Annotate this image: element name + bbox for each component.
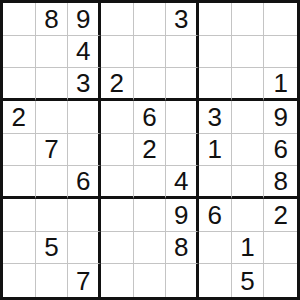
cell-r7c8[interactable] bbox=[232, 199, 265, 232]
cell-r1c1[interactable] bbox=[3, 3, 36, 36]
cell-r6c7[interactable] bbox=[199, 166, 232, 199]
cell-r9c9[interactable] bbox=[264, 264, 297, 297]
cell-r6c3[interactable]: 6 bbox=[68, 166, 101, 199]
cell-r9c8[interactable]: 5 bbox=[232, 264, 265, 297]
cell-r8c6[interactable]: 8 bbox=[166, 232, 199, 265]
cell-r8c8[interactable]: 1 bbox=[232, 232, 265, 265]
cell-r9c5[interactable] bbox=[134, 264, 167, 297]
cell-r6c6[interactable]: 4 bbox=[166, 166, 199, 199]
cell-r2c6[interactable] bbox=[166, 36, 199, 69]
cell-r5c1[interactable] bbox=[3, 134, 36, 167]
cell-r3c7[interactable] bbox=[199, 68, 232, 101]
cell-r5c2[interactable]: 7 bbox=[36, 134, 69, 167]
cell-r5c7[interactable]: 1 bbox=[199, 134, 232, 167]
cell-r8c9[interactable] bbox=[264, 232, 297, 265]
cell-r3c6[interactable] bbox=[166, 68, 199, 101]
cell-r7c5[interactable] bbox=[134, 199, 167, 232]
cell-r5c3[interactable] bbox=[68, 134, 101, 167]
cell-r3c5[interactable] bbox=[134, 68, 167, 101]
cell-r9c3[interactable]: 7 bbox=[68, 264, 101, 297]
cell-r4c9[interactable]: 9 bbox=[264, 101, 297, 134]
cell-r1c3[interactable]: 9 bbox=[68, 3, 101, 36]
cell-r3c2[interactable] bbox=[36, 68, 69, 101]
cell-r6c8[interactable] bbox=[232, 166, 265, 199]
cell-r3c4[interactable]: 2 bbox=[101, 68, 134, 101]
cell-r5c5[interactable]: 2 bbox=[134, 134, 167, 167]
cell-r4c7[interactable]: 3 bbox=[199, 101, 232, 134]
cell-r7c1[interactable] bbox=[3, 199, 36, 232]
cell-r7c6[interactable]: 9 bbox=[166, 199, 199, 232]
cell-r6c2[interactable] bbox=[36, 166, 69, 199]
cell-r6c4[interactable] bbox=[101, 166, 134, 199]
cell-r6c1[interactable] bbox=[3, 166, 36, 199]
cell-r5c4[interactable] bbox=[101, 134, 134, 167]
cell-r8c5[interactable] bbox=[134, 232, 167, 265]
cell-r2c8[interactable] bbox=[232, 36, 265, 69]
cell-r2c3[interactable]: 4 bbox=[68, 36, 101, 69]
cell-r1c7[interactable] bbox=[199, 3, 232, 36]
cell-r9c7[interactable] bbox=[199, 264, 232, 297]
sudoku-board: 89343212639721664896258175 bbox=[0, 0, 300, 300]
cell-r9c6[interactable] bbox=[166, 264, 199, 297]
cell-r9c4[interactable] bbox=[101, 264, 134, 297]
cell-r2c1[interactable] bbox=[3, 36, 36, 69]
cell-r2c2[interactable] bbox=[36, 36, 69, 69]
cell-r8c3[interactable] bbox=[68, 232, 101, 265]
cell-r1c2[interactable]: 8 bbox=[36, 3, 69, 36]
cell-r3c8[interactable] bbox=[232, 68, 265, 101]
cell-r3c9[interactable]: 1 bbox=[264, 68, 297, 101]
cell-r3c3[interactable]: 3 bbox=[68, 68, 101, 101]
cell-r4c2[interactable] bbox=[36, 101, 69, 134]
cell-r8c4[interactable] bbox=[101, 232, 134, 265]
cell-r3c1[interactable] bbox=[3, 68, 36, 101]
cell-r4c4[interactable] bbox=[101, 101, 134, 134]
cell-r1c8[interactable] bbox=[232, 3, 265, 36]
cell-r1c4[interactable] bbox=[101, 3, 134, 36]
cell-r8c7[interactable] bbox=[199, 232, 232, 265]
cell-r9c2[interactable] bbox=[36, 264, 69, 297]
cell-r4c1[interactable]: 2 bbox=[3, 101, 36, 134]
cell-r5c9[interactable]: 6 bbox=[264, 134, 297, 167]
cell-r7c9[interactable]: 2 bbox=[264, 199, 297, 232]
cell-r6c9[interactable]: 8 bbox=[264, 166, 297, 199]
cell-r1c5[interactable] bbox=[134, 3, 167, 36]
cell-r9c1[interactable] bbox=[3, 264, 36, 297]
cell-r2c9[interactable] bbox=[264, 36, 297, 69]
cell-r1c9[interactable] bbox=[264, 3, 297, 36]
cell-r4c3[interactable] bbox=[68, 101, 101, 134]
cell-r2c4[interactable] bbox=[101, 36, 134, 69]
cell-r7c3[interactable] bbox=[68, 199, 101, 232]
cell-r2c7[interactable] bbox=[199, 36, 232, 69]
cell-r1c6[interactable]: 3 bbox=[166, 3, 199, 36]
cell-r8c1[interactable] bbox=[3, 232, 36, 265]
cell-r7c7[interactable]: 6 bbox=[199, 199, 232, 232]
cell-r5c8[interactable] bbox=[232, 134, 265, 167]
cell-r5c6[interactable] bbox=[166, 134, 199, 167]
cell-r2c5[interactable] bbox=[134, 36, 167, 69]
cell-r4c5[interactable]: 6 bbox=[134, 101, 167, 134]
cell-r4c6[interactable] bbox=[166, 101, 199, 134]
cell-r7c2[interactable] bbox=[36, 199, 69, 232]
cell-r8c2[interactable]: 5 bbox=[36, 232, 69, 265]
cell-r6c5[interactable] bbox=[134, 166, 167, 199]
cell-r7c4[interactable] bbox=[101, 199, 134, 232]
cell-r4c8[interactable] bbox=[232, 101, 265, 134]
